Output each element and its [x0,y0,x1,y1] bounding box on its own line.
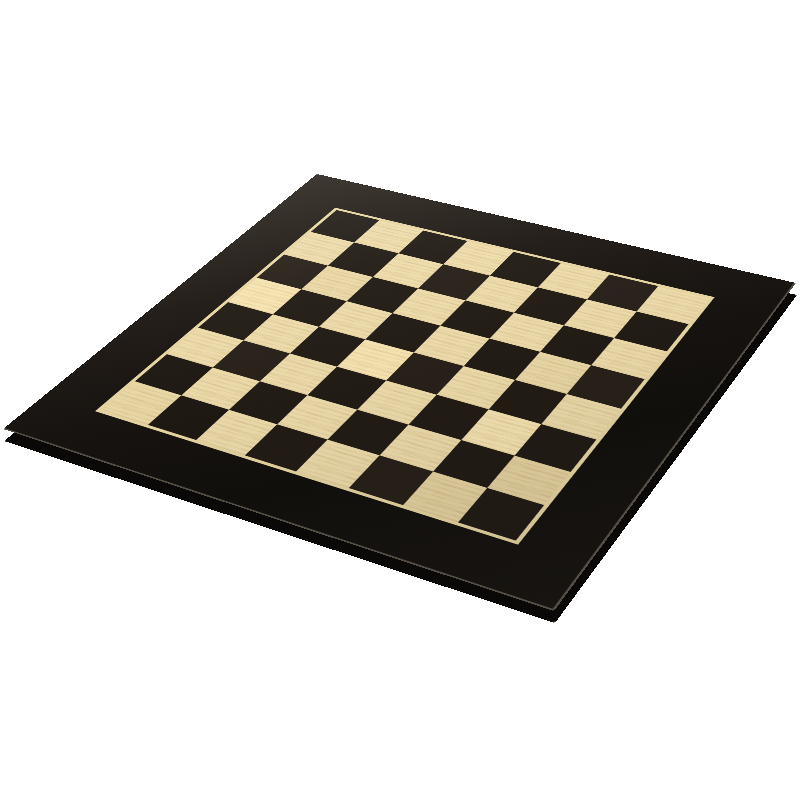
product-photo-background [0,0,800,800]
chessboard [3,174,796,611]
playing-field [101,210,709,541]
